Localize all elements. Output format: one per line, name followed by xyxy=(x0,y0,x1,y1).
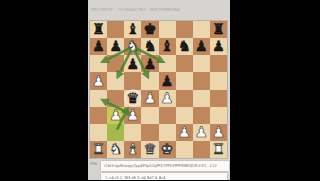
piece-white-rook[interactable]: ♜ xyxy=(210,141,227,158)
piece-white-king[interactable]: ♚ xyxy=(159,141,176,158)
nav-item-browse[interactable]: Просмотр xyxy=(91,8,113,12)
square-b4[interactable] xyxy=(107,90,124,107)
square-d3[interactable] xyxy=(141,107,158,124)
square-a2[interactable] xyxy=(90,124,107,141)
piece-white-pawn[interactable]: ♟ xyxy=(159,90,176,107)
square-g2[interactable]: ♟ xyxy=(193,124,210,141)
nav-item-tools[interactable]: Инструменты xyxy=(150,8,180,12)
square-g5[interactable] xyxy=(193,72,210,89)
move-list[interactable]: 1. e4 e5 2. Nf3 d6 3. d4 Nd7 4. Bc4 xyxy=(100,172,228,181)
square-e2[interactable] xyxy=(159,124,176,141)
square-a1[interactable]: ♜ xyxy=(90,141,107,158)
square-h4[interactable] xyxy=(210,90,227,107)
square-h5[interactable] xyxy=(210,72,227,89)
square-a5[interactable]: ♟ xyxy=(90,72,107,89)
letterbox-right xyxy=(230,0,320,180)
fen-input[interactable]: r1bk3r/ppNnbnpp/2pp4/P3p3/2qPP3/1PP5/5PP… xyxy=(100,160,230,172)
piece-white-knight[interactable]: ♞ xyxy=(107,141,124,158)
square-e1[interactable]: ♚ xyxy=(159,141,176,158)
square-b3[interactable]: ♟ xyxy=(107,107,124,124)
chess-board[interactable]: ♜♝♚♜♟♟♞♞♝♞♟♟♟♟♟♟♛♟♟♟♟♟♟♟♜♞♝♛♚♜ xyxy=(90,21,227,158)
piece-black-bishop[interactable]: ♝ xyxy=(124,21,141,38)
piece-black-queen[interactable]: ♛ xyxy=(124,90,141,107)
piece-black-knight[interactable]: ♞ xyxy=(141,38,158,55)
square-c6[interactable]: ♟ xyxy=(124,55,141,72)
square-e8[interactable] xyxy=(159,21,176,38)
letterbox-left xyxy=(0,0,88,180)
move-list-text: 1. e4 e5 2. Nf3 d6 3. d4 Nd7 4. Bc4 xyxy=(105,176,165,180)
square-f8[interactable] xyxy=(176,21,193,38)
square-b1[interactable]: ♞ xyxy=(107,141,124,158)
square-e3[interactable] xyxy=(159,107,176,124)
piece-black-pawn[interactable]: ♟ xyxy=(90,38,107,55)
square-g6[interactable] xyxy=(193,55,210,72)
square-h2[interactable]: ♟ xyxy=(210,124,227,141)
square-f3[interactable] xyxy=(176,107,193,124)
square-a4[interactable] xyxy=(90,90,107,107)
square-d4[interactable]: ♟ xyxy=(141,90,158,107)
square-c2[interactable] xyxy=(124,124,141,141)
square-f4[interactable] xyxy=(176,90,193,107)
square-a8[interactable]: ♜ xyxy=(90,21,107,38)
square-g7[interactable]: ♟ xyxy=(193,38,210,55)
square-g4[interactable] xyxy=(193,90,210,107)
square-g1[interactable] xyxy=(193,141,210,158)
square-a6[interactable] xyxy=(90,55,107,72)
piece-black-pawn[interactable]: ♟ xyxy=(159,72,176,89)
piece-black-pawn[interactable]: ♟ xyxy=(193,38,210,55)
square-h1[interactable]: ♜ xyxy=(210,141,227,158)
piece-white-pawn[interactable]: ♟ xyxy=(193,124,210,141)
square-f1[interactable] xyxy=(176,141,193,158)
piece-white-pawn[interactable]: ♟ xyxy=(90,72,107,89)
square-g3[interactable] xyxy=(193,107,210,124)
square-h7[interactable]: ♟ xyxy=(210,38,227,55)
fen-label: FEN xyxy=(90,162,97,166)
piece-black-pawn[interactable]: ♟ xyxy=(141,55,158,72)
piece-white-pawn[interactable]: ♟ xyxy=(124,107,141,124)
nav-item-community[interactable]: Сообщество xyxy=(117,8,145,12)
piece-black-pawn[interactable]: ♟ xyxy=(124,55,141,72)
square-c7[interactable]: ♞ xyxy=(124,38,141,55)
square-b6[interactable] xyxy=(107,55,124,72)
video-frame: Просмотр Сообщество Инструменты ♜♝♚♜♟♟♞♞… xyxy=(0,0,320,180)
square-g8[interactable] xyxy=(193,21,210,38)
square-b8[interactable] xyxy=(107,21,124,38)
piece-black-rook[interactable]: ♜ xyxy=(210,21,227,38)
square-b2[interactable] xyxy=(107,124,124,141)
square-e6[interactable] xyxy=(159,55,176,72)
piece-white-pawn[interactable]: ♟ xyxy=(107,107,124,124)
square-e7[interactable]: ♝ xyxy=(159,38,176,55)
square-h8[interactable]: ♜ xyxy=(210,21,227,38)
piece-white-pawn[interactable]: ♟ xyxy=(176,124,193,141)
square-f5[interactable] xyxy=(176,72,193,89)
fen-value: r1bk3r/ppNnbnpp/2pp4/P3p3/2qPP3/1PP5/5PP… xyxy=(104,164,217,168)
square-a3[interactable] xyxy=(90,107,107,124)
piece-black-king[interactable]: ♚ xyxy=(141,21,158,38)
analysis-page: Просмотр Сообщество Инструменты ♜♝♚♜♟♟♞♞… xyxy=(88,0,230,180)
square-c1[interactable]: ♝ xyxy=(124,141,141,158)
piece-white-knight[interactable]: ♞ xyxy=(124,38,141,55)
square-d5[interactable] xyxy=(141,72,158,89)
square-d7[interactable]: ♞ xyxy=(141,38,158,55)
fen-row: FEN r1bk3r/ppNnbnpp/2pp4/P3p3/2qPP3/1PP5… xyxy=(90,160,228,170)
piece-white-pawn[interactable]: ♟ xyxy=(141,90,158,107)
piece-white-pawn[interactable]: ♟ xyxy=(210,124,227,141)
piece-black-rook[interactable]: ♜ xyxy=(90,21,107,38)
square-f2[interactable]: ♟ xyxy=(176,124,193,141)
square-c3[interactable]: ♟ xyxy=(124,107,141,124)
square-b7[interactable]: ♟ xyxy=(107,38,124,55)
square-e4[interactable]: ♟ xyxy=(159,90,176,107)
piece-white-queen[interactable]: ♛ xyxy=(141,141,158,158)
piece-black-bishop[interactable]: ♝ xyxy=(159,38,176,55)
square-b5[interactable] xyxy=(107,72,124,89)
square-h6[interactable] xyxy=(210,55,227,72)
square-c8[interactable]: ♝ xyxy=(124,21,141,38)
piece-white-bishop[interactable]: ♝ xyxy=(124,141,141,158)
square-d8[interactable]: ♚ xyxy=(141,21,158,38)
piece-black-pawn[interactable]: ♟ xyxy=(210,38,227,55)
square-f7[interactable]: ♞ xyxy=(176,38,193,55)
square-e5[interactable]: ♟ xyxy=(159,72,176,89)
piece-black-pawn[interactable]: ♟ xyxy=(107,38,124,55)
square-c4[interactable]: ♛ xyxy=(124,90,141,107)
square-d2[interactable] xyxy=(141,124,158,141)
square-d6[interactable]: ♟ xyxy=(141,55,158,72)
piece-black-knight[interactable]: ♞ xyxy=(176,38,193,55)
square-d1[interactable]: ♛ xyxy=(141,141,158,158)
piece-white-rook[interactable]: ♜ xyxy=(90,141,107,158)
square-a7[interactable]: ♟ xyxy=(90,38,107,55)
square-c5[interactable] xyxy=(124,72,141,89)
square-h3[interactable] xyxy=(210,107,227,124)
square-f6[interactable] xyxy=(176,55,193,72)
